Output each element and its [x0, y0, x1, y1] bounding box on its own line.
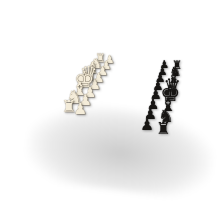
square[interactable] — [134, 62, 148, 69]
piece-black-rook[interactable]: ♜ — [156, 121, 171, 137]
square[interactable] — [125, 82, 140, 92]
board-ground-shadow — [24, 97, 218, 201]
square[interactable] — [128, 75, 143, 84]
square[interactable] — [120, 67, 134, 75]
square[interactable] — [113, 80, 128, 89]
piece-black-pawn[interactable]: ♟ — [140, 118, 154, 133]
square[interactable] — [131, 68, 145, 76]
square[interactable] — [117, 73, 131, 81]
square[interactable] — [109, 88, 124, 98]
chess-set-photo: ♜♟♟♜♞♟♟♞♝♟♟♝♛♟♟♛♚♟♟♚♝♟♟♝♞♟♟♞♜♟♟♜ — [0, 0, 224, 224]
piece-white-rook[interactable]: ♜ — [62, 98, 77, 114]
hinge-tab — [132, 55, 145, 59]
square[interactable] — [123, 61, 136, 68]
square[interactable] — [121, 90, 137, 101]
square[interactable] — [109, 66, 123, 73]
